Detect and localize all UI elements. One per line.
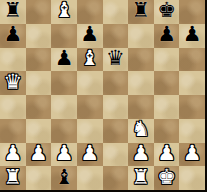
square-b1[interactable] xyxy=(26,166,52,190)
black-queen[interactable]: ♛ xyxy=(106,48,125,69)
square-b8[interactable] xyxy=(26,0,52,24)
square-b2[interactable]: ♟ xyxy=(26,143,52,167)
white-bishop[interactable]: ♝ xyxy=(55,0,74,21)
square-d8[interactable] xyxy=(77,0,103,24)
square-f4[interactable] xyxy=(128,95,154,119)
square-d5[interactable] xyxy=(77,71,103,95)
square-a5[interactable]: ♛ xyxy=(0,71,26,95)
square-h8[interactable] xyxy=(179,0,205,24)
black-king[interactable]: ♚ xyxy=(157,0,176,21)
square-h4[interactable] xyxy=(179,95,205,119)
square-d4[interactable] xyxy=(77,95,103,119)
white-queen[interactable]: ♛ xyxy=(3,72,22,93)
white-rook[interactable]: ♜ xyxy=(132,167,151,188)
square-a4[interactable] xyxy=(0,95,26,119)
square-e8[interactable] xyxy=(103,0,129,24)
square-b3[interactable] xyxy=(26,119,52,143)
square-a3[interactable] xyxy=(0,119,26,143)
white-pawn[interactable]: ♟ xyxy=(157,143,176,164)
white-pawn[interactable]: ♟ xyxy=(55,143,74,164)
square-g2[interactable]: ♟ xyxy=(154,143,180,167)
square-b5[interactable] xyxy=(26,71,52,95)
black-pawn[interactable]: ♟ xyxy=(55,48,74,69)
square-g3[interactable] xyxy=(154,119,180,143)
square-c2[interactable]: ♟ xyxy=(51,143,77,167)
white-pawn[interactable]: ♟ xyxy=(3,143,22,164)
square-a2[interactable]: ♟ xyxy=(0,143,26,167)
square-d1[interactable] xyxy=(77,166,103,190)
square-h7[interactable]: ♟ xyxy=(179,24,205,48)
square-h5[interactable] xyxy=(179,71,205,95)
square-e1[interactable] xyxy=(103,166,129,190)
square-h2[interactable]: ♟ xyxy=(179,143,205,167)
black-rook[interactable]: ♜ xyxy=(132,0,151,21)
square-h3[interactable] xyxy=(179,119,205,143)
square-f5[interactable] xyxy=(128,71,154,95)
square-f7[interactable] xyxy=(128,24,154,48)
chess-app-window: ♜♝♜♚♟♟♟♟♟♝♛♛♞♟♟♟♟♟♟♟♜♝♜♚ xyxy=(0,0,207,192)
square-g4[interactable] xyxy=(154,95,180,119)
square-b4[interactable] xyxy=(26,95,52,119)
white-pawn[interactable]: ♟ xyxy=(183,143,202,164)
square-f1[interactable]: ♜ xyxy=(128,166,154,190)
black-pawn[interactable]: ♟ xyxy=(183,24,202,45)
square-c1[interactable]: ♝ xyxy=(51,166,77,190)
square-g7[interactable]: ♟ xyxy=(154,24,180,48)
white-rook[interactable]: ♜ xyxy=(3,167,22,188)
square-e5[interactable] xyxy=(103,71,129,95)
square-e4[interactable] xyxy=(103,95,129,119)
square-c8[interactable]: ♝ xyxy=(51,0,77,24)
square-c3[interactable] xyxy=(51,119,77,143)
square-c6[interactable]: ♟ xyxy=(51,48,77,72)
square-h6[interactable] xyxy=(179,48,205,72)
square-c7[interactable] xyxy=(51,24,77,48)
square-d2[interactable]: ♟ xyxy=(77,143,103,167)
white-knight[interactable]: ♞ xyxy=(132,119,151,140)
white-pawn[interactable]: ♟ xyxy=(29,143,48,164)
square-e6[interactable]: ♛ xyxy=(103,48,129,72)
square-a1[interactable]: ♜ xyxy=(0,166,26,190)
white-bishop[interactable]: ♝ xyxy=(80,48,99,69)
black-rook[interactable]: ♜ xyxy=(3,0,22,21)
black-pawn[interactable]: ♟ xyxy=(157,24,176,45)
square-g6[interactable] xyxy=(154,48,180,72)
square-g1[interactable]: ♚ xyxy=(154,166,180,190)
square-a8[interactable]: ♜ xyxy=(0,0,26,24)
square-g5[interactable] xyxy=(154,71,180,95)
square-b7[interactable] xyxy=(26,24,52,48)
square-e3[interactable] xyxy=(103,119,129,143)
square-f3[interactable]: ♞ xyxy=(128,119,154,143)
white-pawn[interactable]: ♟ xyxy=(132,143,151,164)
square-e7[interactable] xyxy=(103,24,129,48)
square-g8[interactable]: ♚ xyxy=(154,0,180,24)
square-c5[interactable] xyxy=(51,71,77,95)
square-h1[interactable] xyxy=(179,166,205,190)
square-c4[interactable] xyxy=(51,95,77,119)
square-b6[interactable] xyxy=(26,48,52,72)
chess-board: ♜♝♜♚♟♟♟♟♟♝♛♛♞♟♟♟♟♟♟♟♜♝♜♚ xyxy=(0,0,205,190)
square-d7[interactable]: ♟ xyxy=(77,24,103,48)
square-f8[interactable]: ♜ xyxy=(128,0,154,24)
black-pawn[interactable]: ♟ xyxy=(3,24,22,45)
square-e2[interactable] xyxy=(103,143,129,167)
square-d3[interactable] xyxy=(77,119,103,143)
black-bishop[interactable]: ♝ xyxy=(55,167,74,188)
white-pawn[interactable]: ♟ xyxy=(80,143,99,164)
square-f6[interactable] xyxy=(128,48,154,72)
square-f2[interactable]: ♟ xyxy=(128,143,154,167)
white-king[interactable]: ♚ xyxy=(157,167,176,188)
square-a7[interactable]: ♟ xyxy=(0,24,26,48)
square-a6[interactable] xyxy=(0,48,26,72)
square-d6[interactable]: ♝ xyxy=(77,48,103,72)
black-pawn[interactable]: ♟ xyxy=(80,24,99,45)
